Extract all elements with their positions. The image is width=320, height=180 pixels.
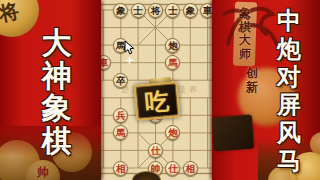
right-subtitle-author: 象棋大师 xyxy=(239,7,252,61)
wooden-box-photo xyxy=(212,115,254,152)
xiangqi-piece-士[interactable]: 士 xyxy=(131,3,146,18)
right-subtitle-tag: 创新 xyxy=(246,66,259,94)
left-title: 大神象棋 xyxy=(40,27,73,157)
xiangqi-piece-相[interactable]: 相 xyxy=(113,161,128,176)
xiangqi-piece-相[interactable]: 相 xyxy=(183,161,198,176)
xiangqi-piece-将[interactable]: 将 xyxy=(148,3,163,18)
xiangqi-piece-仕[interactable]: 仕 xyxy=(165,161,180,176)
xiangqi-piece-象[interactable]: 象 xyxy=(113,3,128,18)
river-text-right: 漢界 xyxy=(178,84,200,95)
capture-stamp-char: 吃 xyxy=(136,83,179,119)
xiangqi-piece-象[interactable]: 象 xyxy=(183,3,198,18)
decorative-general-piece-photo: 将 xyxy=(0,0,39,37)
mouse-cursor-icon xyxy=(124,41,135,55)
video-thumbnail: 楚河 漢界 象士将士象車馬炮卒車馬兵兵馬炮仕相帥仕相 将 帅 xyxy=(0,0,320,180)
right-title: 中炮对屏风马 xyxy=(276,7,302,175)
xiangqi-piece-士[interactable]: 士 xyxy=(165,3,180,18)
xiangqi-piece-仕[interactable]: 仕 xyxy=(148,143,163,158)
right-title-banner xyxy=(212,0,320,180)
xiangqi-piece-卒[interactable]: 卒 xyxy=(113,73,128,88)
xiangqi-piece-炮[interactable]: 炮 xyxy=(165,38,180,53)
xiangqi-piece-兵[interactable]: 兵 xyxy=(113,108,128,123)
decorative-piece-char: 将 xyxy=(0,0,22,28)
capture-stamp: 吃 xyxy=(134,81,181,121)
